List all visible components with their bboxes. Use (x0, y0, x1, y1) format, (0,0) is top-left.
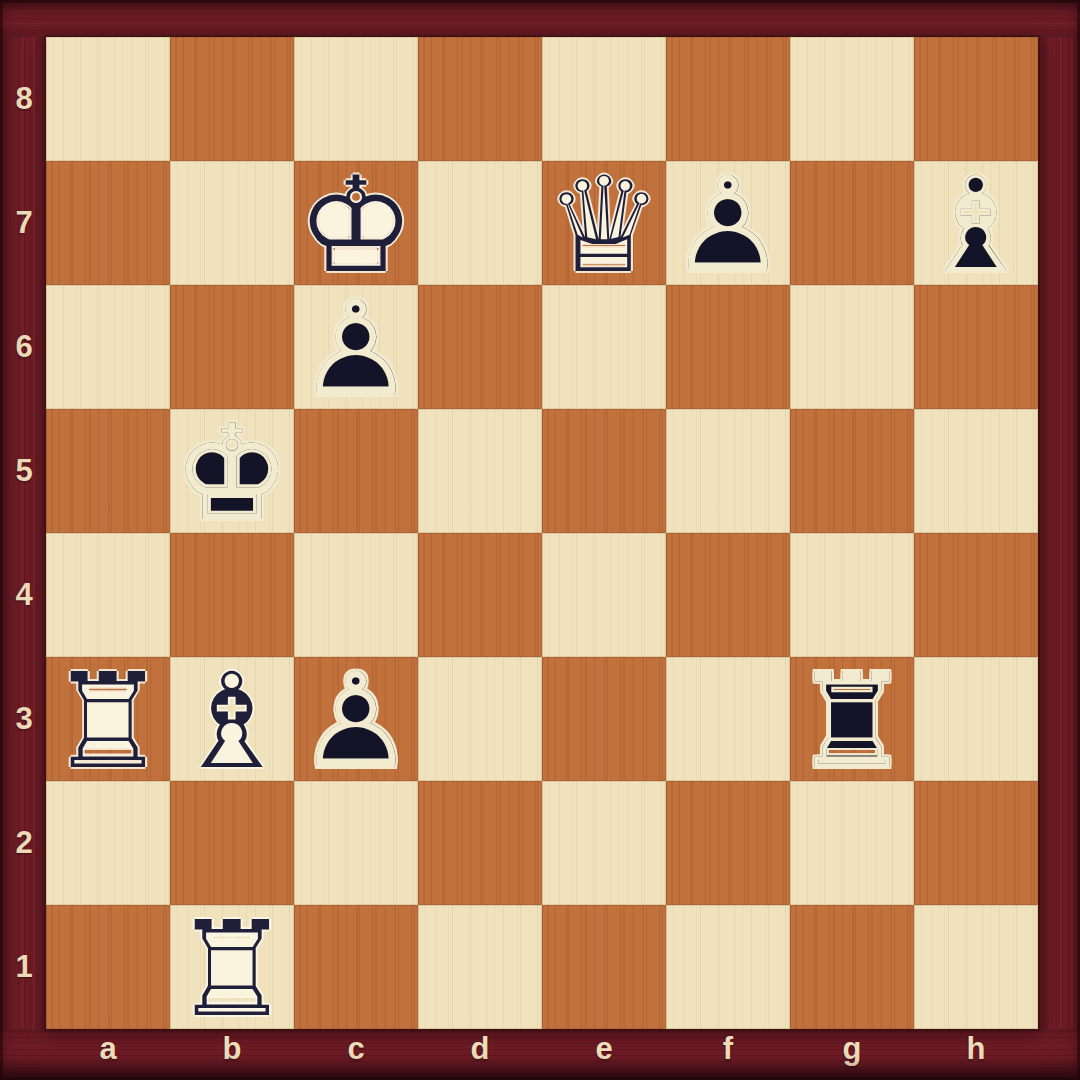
white-rook-outline: ♖ (46, 659, 170, 783)
square-b2[interactable] (170, 781, 294, 905)
square-c5[interactable] (294, 409, 418, 533)
square-c2[interactable] (294, 781, 418, 905)
black-king-outline: ♔ (170, 411, 294, 535)
square-d5[interactable] (418, 409, 542, 533)
square-g2[interactable] (790, 781, 914, 905)
file-label-h: h (914, 1029, 1038, 1069)
square-e5[interactable] (542, 409, 666, 533)
square-f3[interactable] (666, 657, 790, 781)
white-queen-outline: ♕ (542, 163, 666, 287)
square-c4[interactable] (294, 533, 418, 657)
square-g4[interactable] (790, 533, 914, 657)
black-pawn-glyph: ♟ (294, 287, 418, 411)
rank-labels: 87654321 (2, 37, 46, 1029)
black-pawn[interactable]: ♟♙ (294, 657, 418, 781)
file-label-c: c (294, 1029, 418, 1069)
square-e4[interactable] (542, 533, 666, 657)
square-d1[interactable] (418, 905, 542, 1029)
square-f1[interactable] (666, 905, 790, 1029)
black-king-glyph: ♚ (170, 411, 294, 535)
square-a4[interactable] (46, 533, 170, 657)
file-label-f: f (666, 1029, 790, 1069)
square-h7[interactable]: ♝♗ (914, 161, 1038, 285)
square-b8[interactable] (170, 37, 294, 161)
rank-label-6: 6 (2, 285, 46, 409)
square-e6[interactable] (542, 285, 666, 409)
square-h3[interactable] (914, 657, 1038, 781)
file-label-d: d (418, 1029, 542, 1069)
square-b3[interactable]: ♝♗ (170, 657, 294, 781)
square-h8[interactable] (914, 37, 1038, 161)
file-label-b: b (170, 1029, 294, 1069)
white-bishop[interactable]: ♝♗ (170, 657, 294, 781)
white-bishop-glyph: ♝ (170, 659, 294, 783)
black-pawn-glyph: ♟ (666, 163, 790, 287)
square-b4[interactable] (170, 533, 294, 657)
rank-label-4: 4 (2, 533, 46, 657)
black-pawn[interactable]: ♟♙ (666, 161, 790, 285)
square-g8[interactable] (790, 37, 914, 161)
square-h4[interactable] (914, 533, 1038, 657)
black-pawn-outline: ♙ (666, 163, 790, 287)
square-e7[interactable]: ♛♕ (542, 161, 666, 285)
square-h6[interactable] (914, 285, 1038, 409)
square-f5[interactable] (666, 409, 790, 533)
rank-label-3: 3 (2, 657, 46, 781)
black-pawn-outline: ♙ (294, 659, 418, 783)
square-d4[interactable] (418, 533, 542, 657)
chessboard-scene: 87654321 ♚♔♛♕♟♙♝♗♟♙♚♔♜♖♝♗♟♙♜♖♜♖ abcdefgh (0, 0, 1080, 1080)
square-e2[interactable] (542, 781, 666, 905)
square-d7[interactable] (418, 161, 542, 285)
black-pawn[interactable]: ♟♙ (294, 285, 418, 409)
black-rook-outline: ♖ (790, 659, 914, 783)
chess-board: ♚♔♛♕♟♙♝♗♟♙♚♔♜♖♝♗♟♙♜♖♜♖ (46, 37, 1038, 1029)
square-d8[interactable] (418, 37, 542, 161)
square-a1[interactable] (46, 905, 170, 1029)
square-a7[interactable] (46, 161, 170, 285)
square-f2[interactable] (666, 781, 790, 905)
square-f7[interactable]: ♟♙ (666, 161, 790, 285)
square-e8[interactable] (542, 37, 666, 161)
square-e1[interactable] (542, 905, 666, 1029)
white-rook-glyph: ♜ (170, 907, 294, 1031)
square-g5[interactable] (790, 409, 914, 533)
square-d2[interactable] (418, 781, 542, 905)
square-h1[interactable] (914, 905, 1038, 1029)
file-label-a: a (46, 1029, 170, 1069)
square-c6[interactable]: ♟♙ (294, 285, 418, 409)
white-bishop-outline: ♗ (170, 659, 294, 783)
square-b1[interactable]: ♜♖ (170, 905, 294, 1029)
white-king[interactable]: ♚♔ (294, 161, 418, 285)
white-rook[interactable]: ♜♖ (46, 657, 170, 781)
square-d6[interactable] (418, 285, 542, 409)
square-d3[interactable] (418, 657, 542, 781)
board-frame-right (1038, 0, 1080, 1080)
white-queen-glyph: ♛ (542, 163, 666, 287)
white-rook-glyph: ♜ (46, 659, 170, 783)
black-bishop-glyph: ♝ (914, 163, 1038, 287)
square-g3[interactable]: ♜♖ (790, 657, 914, 781)
square-f8[interactable] (666, 37, 790, 161)
board-frame-top (0, 0, 1080, 37)
square-a6[interactable] (46, 285, 170, 409)
black-pawn-outline: ♙ (294, 287, 418, 411)
white-king-outline: ♔ (294, 163, 418, 287)
square-c3[interactable]: ♟♙ (294, 657, 418, 781)
square-g6[interactable] (790, 285, 914, 409)
square-b5[interactable]: ♚♔ (170, 409, 294, 533)
black-pawn-glyph: ♟ (294, 659, 418, 783)
white-king-glyph: ♚ (294, 163, 418, 287)
rank-label-5: 5 (2, 409, 46, 533)
rank-label-2: 2 (2, 781, 46, 905)
rank-label-7: 7 (2, 161, 46, 285)
file-label-g: g (790, 1029, 914, 1069)
square-h5[interactable] (914, 409, 1038, 533)
square-a2[interactable] (46, 781, 170, 905)
white-rook[interactable]: ♜♖ (170, 905, 294, 1029)
black-bishop[interactable]: ♝♗ (914, 161, 1038, 285)
white-queen[interactable]: ♛♕ (542, 161, 666, 285)
square-a3[interactable]: ♜♖ (46, 657, 170, 781)
file-labels: abcdefgh (46, 1029, 1038, 1069)
black-rook-glyph: ♜ (790, 659, 914, 783)
square-a8[interactable] (46, 37, 170, 161)
white-rook-outline: ♖ (170, 907, 294, 1031)
square-b6[interactable] (170, 285, 294, 409)
square-f4[interactable] (666, 533, 790, 657)
rank-label-1: 1 (2, 905, 46, 1029)
square-c1[interactable] (294, 905, 418, 1029)
square-f6[interactable] (666, 285, 790, 409)
square-e3[interactable] (542, 657, 666, 781)
black-king[interactable]: ♚♔ (170, 409, 294, 533)
square-g1[interactable] (790, 905, 914, 1029)
square-h2[interactable] (914, 781, 1038, 905)
square-a5[interactable] (46, 409, 170, 533)
rank-label-8: 8 (2, 37, 46, 161)
square-c7[interactable]: ♚♔ (294, 161, 418, 285)
square-c8[interactable] (294, 37, 418, 161)
black-bishop-outline: ♗ (914, 163, 1038, 287)
file-label-e: e (542, 1029, 666, 1069)
black-rook[interactable]: ♜♖ (790, 657, 914, 781)
square-g7[interactable] (790, 161, 914, 285)
square-b7[interactable] (170, 161, 294, 285)
